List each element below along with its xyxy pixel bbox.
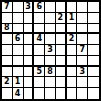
cell-r1c9[interactable] [88,2,99,13]
cell-r3c3[interactable] [24,24,35,35]
given-digit: 1 [15,78,21,86]
cell-r3c6[interactable] [56,24,67,35]
cell-r9c3[interactable] [24,88,35,99]
cell-r3c9[interactable] [88,24,99,35]
cell-r3c4[interactable] [34,24,45,35]
given-digit: 7 [4,3,10,11]
cell-r5c3[interactable] [24,45,35,56]
cell-r7c4[interactable]: 5 [34,67,45,78]
cell-r7c5[interactable]: 8 [45,67,56,78]
cell-r4c3[interactable] [24,34,35,45]
cell-r1c2[interactable] [13,2,24,13]
cell-r4c9[interactable] [88,34,99,45]
cell-r7c1[interactable] [2,67,13,78]
given-digit: 8 [47,68,53,76]
given-digit: 4 [15,90,21,98]
cell-r7c8[interactable]: 3 [77,67,88,78]
cell-r8c9[interactable] [88,77,99,88]
cell-r7c2[interactable] [13,67,24,78]
cell-r8c2[interactable]: 1 [13,77,24,88]
cell-r9c4[interactable] [34,88,45,99]
cell-r6c8[interactable] [77,56,88,67]
given-digit: 6 [36,3,42,11]
cell-r1c5[interactable] [45,2,56,13]
cell-r3c8[interactable] [77,24,88,35]
cell-r9c7[interactable] [67,88,78,99]
given-digit: 3 [47,46,53,54]
sudoku-board: 73621864237583214 [0,0,101,101]
cell-r2c3[interactable] [24,13,35,24]
cell-r3c7[interactable] [67,24,78,35]
cell-r8c8[interactable] [77,77,88,88]
cell-r9c1[interactable] [2,88,13,99]
cell-r9c9[interactable] [88,88,99,99]
cell-r6c1[interactable] [2,56,13,67]
cell-r2c6[interactable]: 2 [56,13,67,24]
cell-r1c7[interactable] [67,2,78,13]
cell-r7c7[interactable] [67,67,78,78]
cell-r6c6[interactable] [56,56,67,67]
cell-r2c1[interactable] [2,13,13,24]
cell-r6c3[interactable] [24,56,35,67]
cell-r3c1[interactable]: 8 [2,24,13,35]
cell-r6c9[interactable] [88,56,99,67]
cell-r5c7[interactable] [67,45,78,56]
cell-r8c4[interactable] [34,77,45,88]
given-digit: 3 [80,68,86,76]
given-digit: 7 [80,46,86,54]
cell-r2c8[interactable] [77,13,88,24]
cell-r3c5[interactable] [45,24,56,35]
cell-r1c8[interactable] [77,2,88,13]
cell-r4c5[interactable] [45,34,56,45]
cell-r1c4[interactable]: 6 [34,2,45,13]
cell-r5c9[interactable] [88,45,99,56]
cell-r6c2[interactable] [13,56,24,67]
given-digit: 3 [25,3,31,11]
cell-r5c8[interactable]: 7 [77,45,88,56]
given-digit: 6 [15,35,21,43]
cell-r8c1[interactable]: 2 [2,77,13,88]
given-digit: 2 [69,35,75,43]
cell-r4c1[interactable] [2,34,13,45]
given-digit: 8 [4,24,10,32]
given-digit: 1 [69,14,75,22]
given-digit: 2 [57,14,63,22]
cell-r5c4[interactable] [34,45,45,56]
cell-r5c1[interactable] [2,45,13,56]
cell-r9c8[interactable] [77,88,88,99]
cell-r1c1[interactable]: 7 [2,2,13,13]
cell-r6c7[interactable] [67,56,78,67]
cell-r4c8[interactable] [77,34,88,45]
cell-r2c7[interactable]: 1 [67,13,78,24]
cell-r7c3[interactable] [24,67,35,78]
cell-r6c5[interactable] [45,56,56,67]
cell-r8c5[interactable] [45,77,56,88]
given-digit: 4 [36,35,42,43]
cell-r2c2[interactable] [13,13,24,24]
cell-r2c9[interactable] [88,13,99,24]
cell-r1c6[interactable] [56,2,67,13]
cell-r9c2[interactable]: 4 [13,88,24,99]
cell-r5c5[interactable]: 3 [45,45,56,56]
cell-r9c5[interactable] [45,88,56,99]
given-digit: 2 [4,78,10,86]
cell-r4c6[interactable] [56,34,67,45]
cell-r7c6[interactable] [56,67,67,78]
cell-r7c9[interactable] [88,67,99,78]
cell-r3c2[interactable] [13,24,24,35]
cell-r5c2[interactable] [13,45,24,56]
cell-r9c6[interactable] [56,88,67,99]
cell-r2c4[interactable] [34,13,45,24]
cell-r8c7[interactable] [67,77,78,88]
cell-r4c7[interactable]: 2 [67,34,78,45]
cell-r4c4[interactable]: 4 [34,34,45,45]
cell-r1c3[interactable]: 3 [24,2,35,13]
cell-r5c6[interactable] [56,45,67,56]
given-digit: 5 [36,68,42,76]
cell-r6c4[interactable] [34,56,45,67]
cell-r2c5[interactable] [45,13,56,24]
cell-r4c2[interactable]: 6 [13,34,24,45]
cell-r8c6[interactable] [56,77,67,88]
cell-r8c3[interactable] [24,77,35,88]
